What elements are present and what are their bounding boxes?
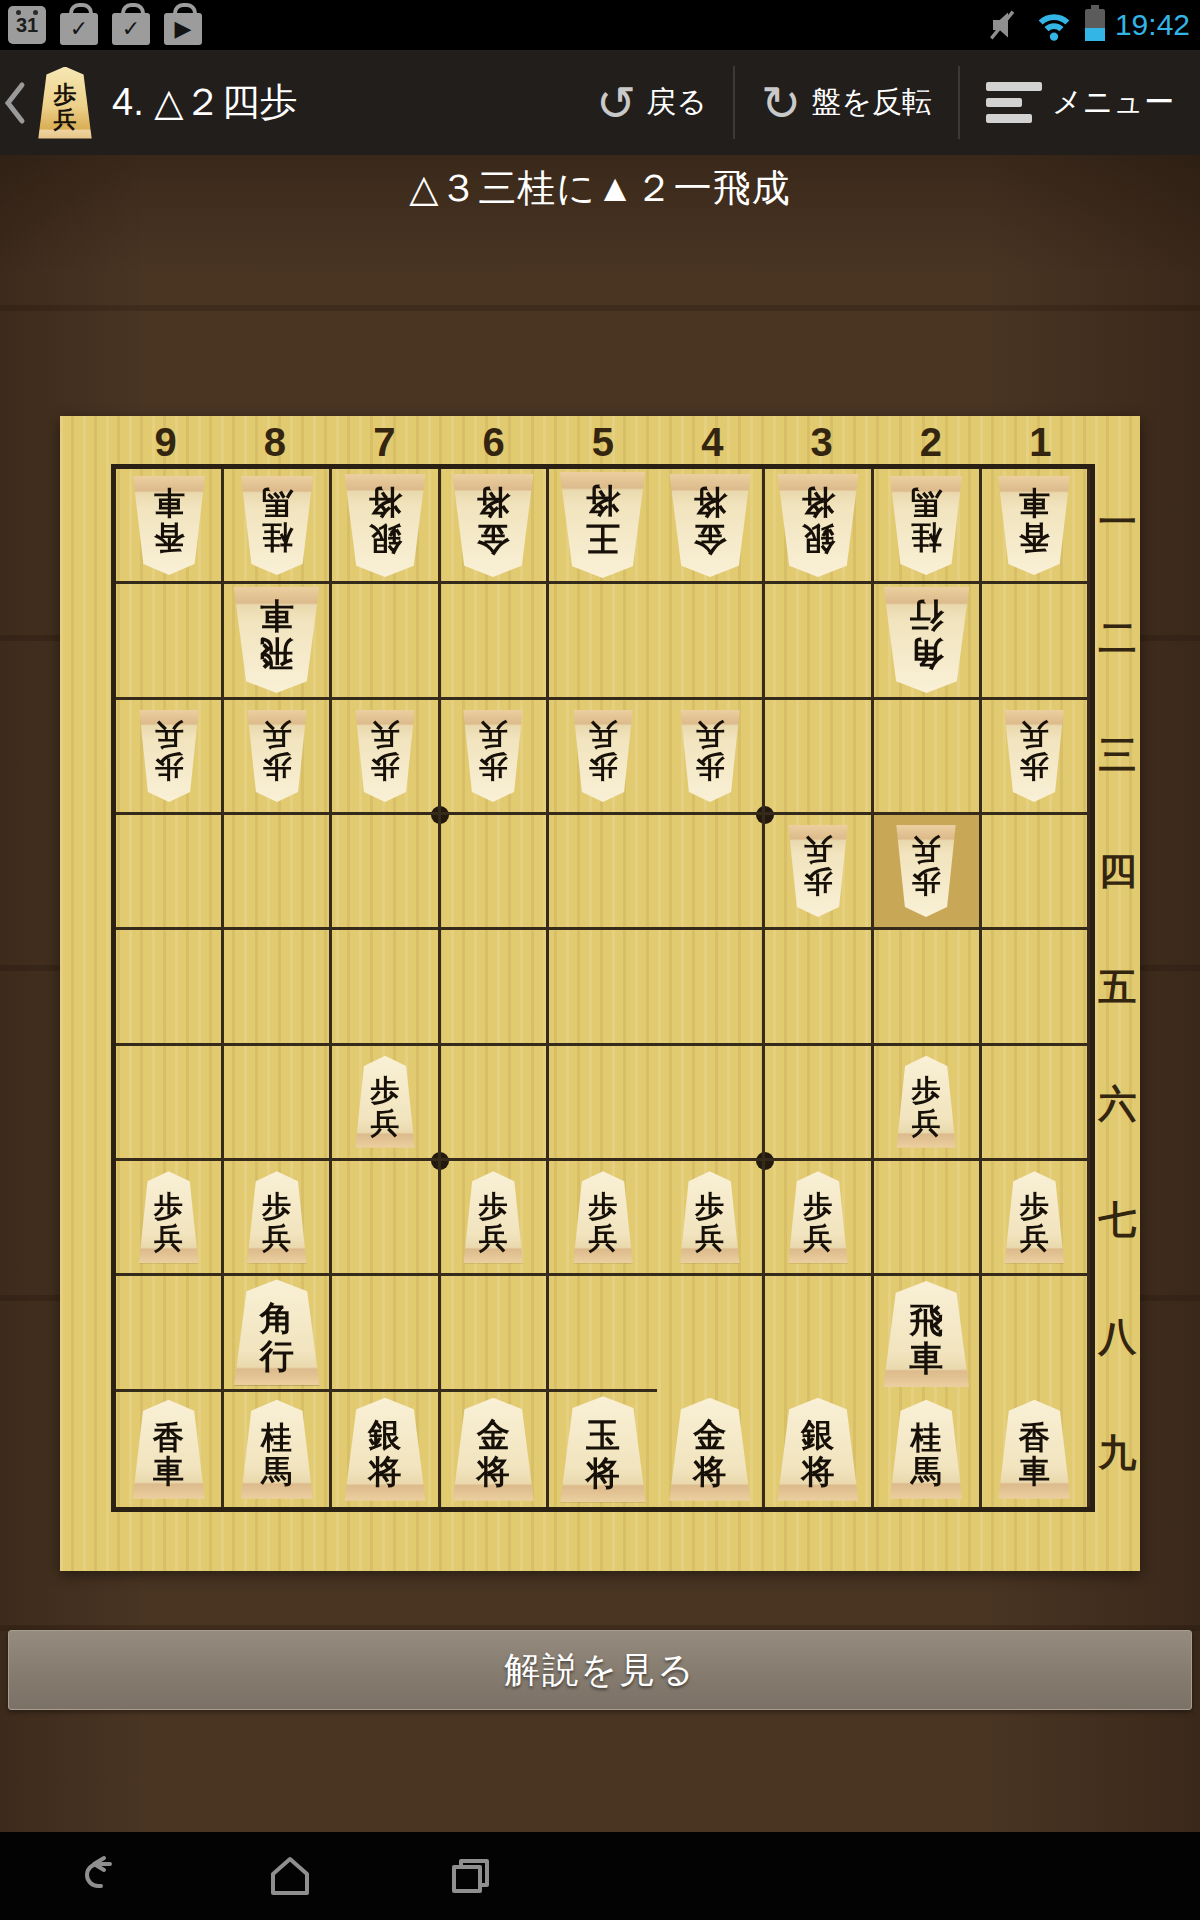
piece-gote: 銀将 <box>340 474 430 577</box>
square-3-8[interactable] <box>765 1276 873 1391</box>
bag-check-icon: ✓ <box>60 13 98 45</box>
piece-gote: 歩兵 <box>1001 710 1067 802</box>
square-7-2[interactable] <box>332 584 440 699</box>
rank-label: 五 <box>1095 930 1140 1046</box>
square-5-4[interactable] <box>549 815 657 930</box>
wifi-icon <box>1033 5 1075 45</box>
square-1-7[interactable]: 歩兵 <box>982 1161 1090 1276</box>
file-label: 6 <box>439 416 548 464</box>
bag-play-icon: ▶ <box>164 13 202 45</box>
content-area: △３三桂に▲２一飛成 987654321 一二三四五六七八九 香車桂馬銀将金将王… <box>0 155 1200 1832</box>
piece-gote: 歩兵 <box>893 825 959 917</box>
piece-sente: 歩兵 <box>244 1171 310 1263</box>
square-3-1[interactable]: 銀将 <box>765 469 873 584</box>
square-7-9[interactable]: 銀将 <box>332 1392 440 1507</box>
square-7-6[interactable]: 歩兵 <box>332 1046 440 1161</box>
piece-sente: 飛車 <box>879 1281 974 1387</box>
piece-sente: 歩兵 <box>136 1171 202 1263</box>
piece-gote: 歩兵 <box>460 710 526 802</box>
piece-gote: 王将 <box>555 472 650 578</box>
square-9-9[interactable]: 香車 <box>116 1392 224 1507</box>
square-4-7[interactable]: 歩兵 <box>657 1161 765 1276</box>
piece-sente: 歩兵 <box>893 1056 959 1148</box>
mute-icon <box>983 5 1023 45</box>
square-8-1[interactable]: 桂馬 <box>224 469 332 584</box>
shogi-board: 987654321 一二三四五六七八九 香車桂馬銀将金将王将金将銀将桂馬香車飛車… <box>60 416 1140 1571</box>
square-4-5[interactable] <box>657 930 765 1045</box>
undo-icon: ↺ <box>596 79 636 127</box>
file-label: 9 <box>111 416 220 464</box>
piece-gote: 桂馬 <box>237 476 317 575</box>
file-labels: 987654321 <box>111 416 1095 464</box>
square-2-9[interactable]: 桂馬 <box>874 1392 982 1507</box>
file-label: 4 <box>658 416 767 464</box>
square-8-9[interactable]: 桂馬 <box>224 1392 332 1507</box>
page-title: 4. △２四歩 <box>112 77 297 128</box>
square-4-6[interactable] <box>657 1046 765 1161</box>
notification-icons: 31 ✓ ✓ ▶ <box>0 5 202 45</box>
piece-gote: 飛車 <box>229 587 324 693</box>
square-7-4[interactable] <box>332 815 440 930</box>
clock: 19:42 <box>1115 8 1190 42</box>
piece-sente: 金将 <box>665 1398 755 1501</box>
file-label: 3 <box>767 416 876 464</box>
square-4-4[interactable] <box>657 815 765 930</box>
home-icon[interactable] <box>266 1852 314 1900</box>
square-4-2[interactable] <box>657 584 765 699</box>
square-4-3[interactable]: 歩兵 <box>657 700 765 815</box>
piece-sente: 歩兵 <box>570 1171 636 1263</box>
square-9-4[interactable] <box>116 815 224 930</box>
piece-gote: 歩兵 <box>570 710 636 802</box>
square-2-6[interactable]: 歩兵 <box>874 1046 982 1161</box>
piece-sente: 銀将 <box>773 1398 863 1501</box>
piece-sente: 銀将 <box>340 1398 430 1501</box>
piece-sente: 桂馬 <box>886 1400 966 1499</box>
square-8-8[interactable]: 角行 <box>224 1276 332 1391</box>
piece-gote: 歩兵 <box>785 825 851 917</box>
square-1-5[interactable] <box>982 930 1090 1045</box>
square-2-4[interactable]: 歩兵 <box>874 815 982 930</box>
square-1-2[interactable] <box>982 584 1090 699</box>
rank-labels: 一二三四五六七八九 <box>1095 464 1140 1512</box>
calendar-icon: 31 <box>8 6 46 44</box>
navigation-bar <box>0 1832 1200 1920</box>
square-2-1[interactable]: 桂馬 <box>874 469 982 584</box>
square-5-7[interactable]: 歩兵 <box>549 1161 657 1276</box>
piece-gote: 金将 <box>448 474 538 577</box>
square-1-8[interactable] <box>982 1276 1090 1391</box>
piece-gote: 香車 <box>129 476 209 575</box>
square-5-1[interactable]: 王将 <box>549 469 657 584</box>
square-2-8[interactable]: 飛車 <box>874 1276 982 1391</box>
file-label: 1 <box>986 416 1095 464</box>
square-6-9[interactable]: 金将 <box>441 1392 549 1507</box>
screen: 31 ✓ ✓ ▶ 19:42 歩 兵 4. △２四歩 <box>0 0 1200 1920</box>
square-9-6[interactable] <box>116 1046 224 1161</box>
square-9-8[interactable] <box>116 1276 224 1391</box>
square-6-7[interactable]: 歩兵 <box>441 1161 549 1276</box>
title-bar: 歩 兵 4. △２四歩 ↺ 戻る ↻ 盤を反転 メニュー <box>0 50 1200 155</box>
back-icon[interactable] <box>76 1852 124 1900</box>
undo-button[interactable]: ↺ 戻る <box>570 50 733 155</box>
file-label: 7 <box>330 416 439 464</box>
square-2-3[interactable] <box>874 700 982 815</box>
square-9-3[interactable]: 歩兵 <box>116 700 224 815</box>
square-6-2[interactable] <box>441 584 549 699</box>
piece-sente: 香車 <box>994 1400 1074 1499</box>
piece-sente: 歩兵 <box>460 1171 526 1263</box>
square-5-8[interactable] <box>549 1276 657 1391</box>
status-bar: 31 ✓ ✓ ▶ 19:42 <box>0 0 1200 50</box>
square-1-1[interactable]: 香車 <box>982 469 1090 584</box>
square-5-6[interactable] <box>549 1046 657 1161</box>
rank-label: 四 <box>1095 813 1140 929</box>
square-8-4[interactable] <box>224 815 332 930</box>
square-6-3[interactable]: 歩兵 <box>441 700 549 815</box>
system-icons: 19:42 <box>983 5 1200 45</box>
menu-icon <box>986 82 1042 123</box>
piece-sente: 歩兵 <box>677 1171 743 1263</box>
menu-button[interactable]: メニュー <box>960 50 1200 155</box>
rank-label: 三 <box>1095 697 1140 813</box>
square-1-3[interactable]: 歩兵 <box>982 700 1090 815</box>
square-7-5[interactable] <box>332 930 440 1045</box>
square-3-3[interactable] <box>765 700 873 815</box>
piece-sente: 金将 <box>448 1398 538 1501</box>
file-label: 2 <box>876 416 985 464</box>
piece-sente: 歩兵 <box>1001 1171 1067 1263</box>
flip-board-button[interactable]: ↻ 盤を反転 <box>735 50 958 155</box>
square-7-7[interactable] <box>332 1161 440 1276</box>
rank-label: 一 <box>1095 464 1140 580</box>
square-6-8[interactable] <box>441 1276 549 1391</box>
piece-sente: 角行 <box>229 1279 324 1385</box>
file-label: 5 <box>548 416 657 464</box>
rotate-icon: ↻ <box>761 79 801 127</box>
square-2-2[interactable]: 角行 <box>874 584 982 699</box>
square-8-5[interactable] <box>224 930 332 1045</box>
square-3-6[interactable] <box>765 1046 873 1161</box>
piece-gote: 歩兵 <box>677 710 743 802</box>
square-4-1[interactable]: 金将 <box>657 469 765 584</box>
piece-gote: 歩兵 <box>244 710 310 802</box>
battery-icon <box>1085 9 1105 41</box>
piece-gote: 銀将 <box>773 474 863 577</box>
square-5-3[interactable]: 歩兵 <box>549 700 657 815</box>
square-8-3[interactable]: 歩兵 <box>224 700 332 815</box>
square-9-5[interactable] <box>116 930 224 1045</box>
square-3-5[interactable] <box>765 930 873 1045</box>
square-3-2[interactable] <box>765 584 873 699</box>
square-8-6[interactable] <box>224 1046 332 1161</box>
square-7-1[interactable]: 銀将 <box>332 469 440 584</box>
square-2-5[interactable] <box>874 930 982 1045</box>
square-8-7[interactable]: 歩兵 <box>224 1161 332 1276</box>
square-9-2[interactable] <box>116 584 224 699</box>
piece-gote: 桂馬 <box>886 476 966 575</box>
file-label: 8 <box>220 416 329 464</box>
square-6-6[interactable] <box>441 1046 549 1161</box>
piece-gote: 歩兵 <box>352 710 418 802</box>
calendar-day: 31 <box>16 14 38 37</box>
piece-sente: 桂馬 <box>237 1400 317 1499</box>
board-grid: 香車桂馬銀将金将王将金将銀将桂馬香車飛車角行歩兵歩兵歩兵歩兵歩兵歩兵歩兵歩兵歩兵… <box>111 464 1095 1512</box>
piece-sente: 歩兵 <box>785 1171 851 1263</box>
square-5-5[interactable] <box>549 930 657 1045</box>
piece-gote: 香車 <box>994 476 1074 575</box>
piece-gote: 角行 <box>879 587 974 693</box>
square-1-4[interactable] <box>982 815 1090 930</box>
square-4-9[interactable]: 金将 <box>657 1392 765 1507</box>
square-3-7[interactable]: 歩兵 <box>765 1161 873 1276</box>
move-hint: △３三桂に▲２一飛成 <box>0 163 1200 214</box>
square-1-6[interactable] <box>982 1046 1090 1161</box>
rank-label: 六 <box>1095 1046 1140 1162</box>
square-9-7[interactable]: 歩兵 <box>116 1161 224 1276</box>
square-5-2[interactable] <box>549 584 657 699</box>
rank-label: 九 <box>1095 1396 1140 1512</box>
piece-gote: 金将 <box>665 474 755 577</box>
square-6-1[interactable]: 金将 <box>441 469 549 584</box>
app-icon-shogi-piece: 歩 兵 <box>36 67 94 139</box>
square-9-1[interactable]: 香車 <box>116 469 224 584</box>
bag-check-icon: ✓ <box>112 13 150 45</box>
square-3-9[interactable]: 銀将 <box>765 1392 873 1507</box>
view-commentary-button[interactable]: 解説を見る <box>8 1630 1192 1710</box>
title-bar-actions: ↺ 戻る ↻ 盤を反転 メニュー <box>570 50 1200 155</box>
back-chevron-icon[interactable] <box>2 73 28 133</box>
piece-sente: 玉将 <box>555 1396 650 1502</box>
square-8-2[interactable]: 飛車 <box>224 584 332 699</box>
rank-label: 七 <box>1095 1163 1140 1279</box>
piece-gote: 歩兵 <box>136 710 202 802</box>
square-3-4[interactable]: 歩兵 <box>765 815 873 930</box>
square-6-5[interactable] <box>441 930 549 1045</box>
piece-sente: 香車 <box>129 1400 209 1499</box>
rank-label: 八 <box>1095 1279 1140 1395</box>
square-7-3[interactable]: 歩兵 <box>332 700 440 815</box>
square-6-4[interactable] <box>441 815 549 930</box>
square-2-7[interactable] <box>874 1161 982 1276</box>
square-5-9[interactable]: 玉将 <box>549 1392 657 1507</box>
square-1-9[interactable]: 香車 <box>982 1392 1090 1507</box>
square-4-8[interactable] <box>657 1276 765 1391</box>
rank-label: 二 <box>1095 580 1140 696</box>
piece-sente: 歩兵 <box>352 1056 418 1148</box>
square-7-8[interactable] <box>332 1276 440 1391</box>
recents-icon[interactable] <box>446 1852 494 1900</box>
